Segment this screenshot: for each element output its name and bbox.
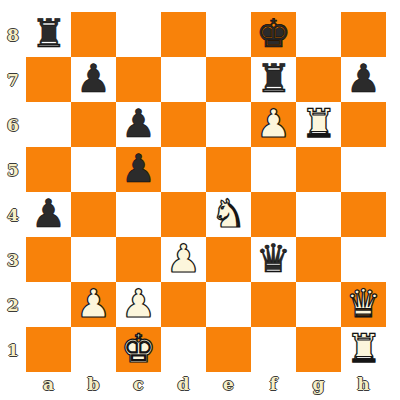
square-a3[interactable]: [26, 237, 71, 282]
square-a1[interactable]: [26, 327, 71, 372]
square-g7[interactable]: [296, 57, 341, 102]
square-f3[interactable]: ♛: [251, 237, 296, 282]
square-f5[interactable]: [251, 147, 296, 192]
square-g4[interactable]: [296, 192, 341, 237]
square-e1[interactable]: [206, 327, 251, 372]
square-g1[interactable]: [296, 327, 341, 372]
file-label-e: e: [206, 370, 251, 398]
rank-labels: 87654321: [0, 12, 26, 372]
piece-black-rook[interactable]: ♜: [256, 59, 291, 98]
piece-white-rook[interactable]: ♜: [346, 329, 381, 368]
square-a8[interactable]: ♜: [26, 12, 71, 57]
square-c6[interactable]: ♟: [116, 102, 161, 147]
square-g8[interactable]: [296, 12, 341, 57]
file-label-a: a: [26, 370, 71, 398]
square-e2[interactable]: [206, 282, 251, 327]
square-d6[interactable]: [161, 102, 206, 147]
square-c7[interactable]: [116, 57, 161, 102]
square-f7[interactable]: ♜: [251, 57, 296, 102]
file-label-text: c: [133, 374, 143, 394]
square-b7[interactable]: ♟: [71, 57, 116, 102]
square-h1[interactable]: ♜: [341, 327, 386, 372]
rank-label-text: 4: [7, 205, 19, 225]
piece-black-pawn[interactable]: ♟: [121, 104, 156, 143]
piece-white-pawn[interactable]: ♟: [121, 284, 156, 323]
piece-black-queen[interactable]: ♛: [256, 239, 291, 278]
rank-label-1: 1: [0, 327, 26, 372]
square-a4[interactable]: ♟: [26, 192, 71, 237]
rank-label-text: 1: [7, 340, 19, 360]
square-d7[interactable]: [161, 57, 206, 102]
square-a5[interactable]: [26, 147, 71, 192]
square-b5[interactable]: [71, 147, 116, 192]
rank-label-text: 5: [7, 160, 19, 180]
piece-black-pawn[interactable]: ♟: [346, 59, 381, 98]
square-a6[interactable]: [26, 102, 71, 147]
square-f8[interactable]: ♚: [251, 12, 296, 57]
piece-black-pawn[interactable]: ♟: [31, 194, 66, 233]
square-b8[interactable]: [71, 12, 116, 57]
file-label-text: b: [88, 374, 100, 394]
file-label-text: a: [43, 374, 54, 394]
file-label-text: d: [178, 374, 190, 394]
file-label-text: g: [313, 374, 325, 394]
rank-label-text: 6: [7, 115, 19, 135]
piece-white-pawn[interactable]: ♟: [76, 284, 111, 323]
square-h5[interactable]: [341, 147, 386, 192]
square-d2[interactable]: [161, 282, 206, 327]
square-e4[interactable]: ♞: [206, 192, 251, 237]
square-c3[interactable]: [116, 237, 161, 282]
piece-black-rook[interactable]: ♜: [31, 14, 66, 53]
piece-white-queen[interactable]: ♛: [346, 284, 381, 323]
square-e6[interactable]: [206, 102, 251, 147]
square-f6[interactable]: ♟: [251, 102, 296, 147]
square-e5[interactable]: [206, 147, 251, 192]
file-label-b: b: [71, 370, 116, 398]
square-h2[interactable]: ♛: [341, 282, 386, 327]
file-label-c: c: [116, 370, 161, 398]
square-g5[interactable]: [296, 147, 341, 192]
square-e7[interactable]: [206, 57, 251, 102]
chess-board-page: 87654321 ♜♚♟♜♟♟♟♜♟♟♞♟♛♟♟♛♚♜ abcdefgh: [0, 0, 400, 400]
rank-label-text: 8: [7, 25, 19, 45]
piece-white-pawn[interactable]: ♟: [256, 104, 291, 143]
square-c2[interactable]: ♟: [116, 282, 161, 327]
rank-label-8: 8: [0, 12, 26, 57]
square-d3[interactable]: ♟: [161, 237, 206, 282]
piece-white-knight[interactable]: ♞: [211, 194, 246, 233]
chess-board: ♜♚♟♜♟♟♟♜♟♟♞♟♛♟♟♛♚♜: [26, 12, 386, 372]
square-d1[interactable]: [161, 327, 206, 372]
square-b4[interactable]: [71, 192, 116, 237]
square-e3[interactable]: [206, 237, 251, 282]
rank-label-3: 3: [0, 237, 26, 282]
square-g2[interactable]: [296, 282, 341, 327]
piece-white-pawn[interactable]: ♟: [166, 239, 201, 278]
file-label-text: h: [357, 374, 369, 394]
square-b3[interactable]: [71, 237, 116, 282]
file-label-text: e: [223, 374, 234, 394]
square-g6[interactable]: ♜: [296, 102, 341, 147]
piece-black-pawn[interactable]: ♟: [121, 149, 156, 188]
piece-black-king[interactable]: ♚: [256, 14, 291, 53]
square-c4[interactable]: [116, 192, 161, 237]
square-h4[interactable]: [341, 192, 386, 237]
file-label-f: f: [251, 370, 296, 398]
square-a7[interactable]: [26, 57, 71, 102]
square-h8[interactable]: [341, 12, 386, 57]
square-c8[interactable]: [116, 12, 161, 57]
square-f2[interactable]: [251, 282, 296, 327]
square-b1[interactable]: [71, 327, 116, 372]
file-label-h: h: [341, 370, 386, 398]
square-h3[interactable]: [341, 237, 386, 282]
square-f4[interactable]: [251, 192, 296, 237]
file-label-g: g: [296, 370, 341, 398]
rank-label-text: 2: [7, 295, 19, 315]
square-b6[interactable]: [71, 102, 116, 147]
rank-label-5: 5: [0, 147, 26, 192]
square-g3[interactable]: [296, 237, 341, 282]
square-d4[interactable]: [161, 192, 206, 237]
square-f1[interactable]: [251, 327, 296, 372]
square-b2[interactable]: ♟: [71, 282, 116, 327]
rank-label-4: 4: [0, 192, 26, 237]
piece-white-king[interactable]: ♚: [121, 329, 156, 368]
square-e8[interactable]: [206, 12, 251, 57]
piece-white-rook[interactable]: ♜: [301, 104, 336, 143]
square-d5[interactable]: [161, 147, 206, 192]
file-labels: abcdefgh: [26, 370, 386, 398]
rank-label-7: 7: [0, 57, 26, 102]
file-label-d: d: [161, 370, 206, 398]
piece-black-pawn[interactable]: ♟: [76, 59, 111, 98]
file-label-text: f: [270, 374, 277, 394]
square-d8[interactable]: [161, 12, 206, 57]
rank-label-6: 6: [0, 102, 26, 147]
rank-label-text: 7: [7, 70, 19, 90]
square-h7[interactable]: ♟: [341, 57, 386, 102]
square-a2[interactable]: [26, 282, 71, 327]
square-c1[interactable]: ♚: [116, 327, 161, 372]
square-h6[interactable]: [341, 102, 386, 147]
rank-label-text: 3: [7, 250, 19, 270]
rank-label-2: 2: [0, 282, 26, 327]
square-c5[interactable]: ♟: [116, 147, 161, 192]
